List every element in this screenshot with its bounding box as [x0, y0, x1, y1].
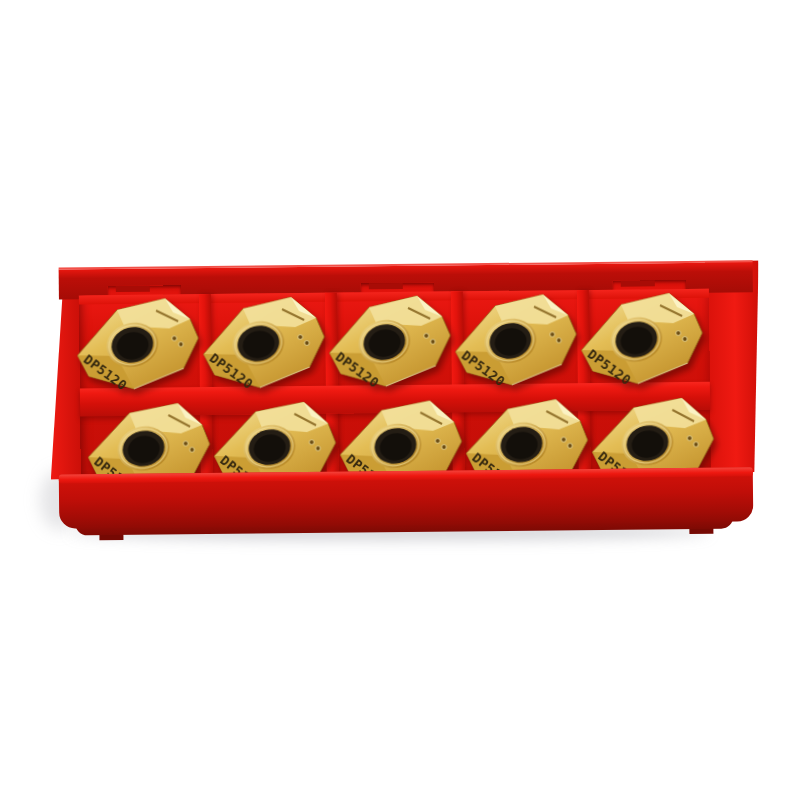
- box-front-wall: [59, 467, 754, 528]
- insert-slot-r1c3: DP5120: [324, 290, 457, 395]
- chipbreaker-dot: [550, 332, 555, 337]
- product-photo: DP5120 DP5120: [0, 0, 800, 800]
- chipbreaker-dot: [442, 445, 447, 450]
- carbide-insert: DP5120: [450, 289, 583, 394]
- chipbreaker-dot: [676, 331, 681, 336]
- chipbreaker-dot: [304, 341, 309, 346]
- carbide-insert: DP5120: [324, 290, 457, 395]
- rim-notch-tab: [116, 286, 150, 292]
- chipbreaker-dot: [435, 438, 440, 443]
- chipbreaker-dot: [556, 338, 561, 343]
- chipbreaker-dot: [316, 446, 321, 451]
- chipbreaker-dot: [561, 437, 566, 442]
- chipbreaker-dot: [190, 447, 195, 452]
- chipbreaker-dot: [298, 335, 303, 340]
- insert-slot-r1c2: DP5120: [198, 292, 331, 397]
- carbide-insert: DP5120: [198, 292, 331, 397]
- chipbreaker-dot: [424, 333, 429, 338]
- rim-notch-tab: [621, 280, 655, 286]
- chipbreaker-dot: [682, 337, 687, 342]
- chipbreaker-dot: [568, 443, 573, 448]
- insert-slot-r1c4: DP5120: [450, 289, 583, 394]
- chipbreaker-dot: [309, 440, 314, 445]
- carbide-insert: DP5120: [576, 288, 709, 393]
- insert-box: DP5120 DP5120: [45, 258, 762, 539]
- chipbreaker-dot: [183, 441, 188, 446]
- chipbreaker-dot: [430, 339, 435, 344]
- chipbreaker-dot: [687, 436, 692, 441]
- chipbreaker-dot: [694, 442, 699, 447]
- carbide-insert: DP5120: [72, 293, 205, 398]
- chipbreaker-dot: [172, 336, 177, 341]
- rim-notch-tab: [369, 283, 403, 289]
- insert-slot-r1c1: DP5120: [72, 293, 205, 398]
- insert-slot-r1c5: DP5120: [576, 288, 709, 393]
- chipbreaker-dot: [178, 342, 183, 347]
